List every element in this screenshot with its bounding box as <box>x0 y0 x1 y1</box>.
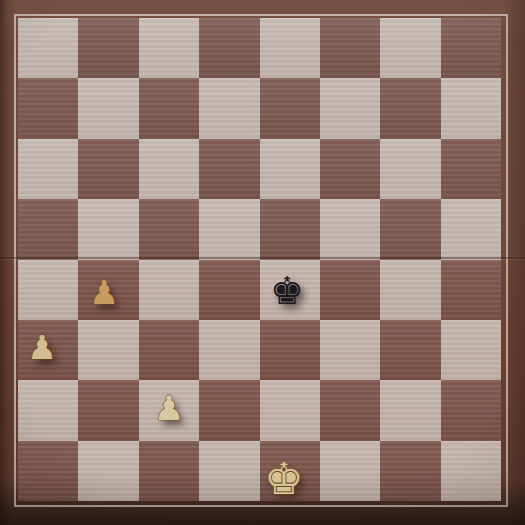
black-king-piece-e4[interactable]: ♚ <box>270 272 304 310</box>
white-pawn-piece-b4[interactable]: ♟ <box>89 276 119 309</box>
chessboard-photo: ♚♟♟♟♚ <box>0 0 525 525</box>
white-pawn-piece-c2[interactable]: ♟ <box>154 391 184 425</box>
white-pawn-piece-a3[interactable]: ♟ <box>27 331 57 364</box>
pieces-layer: ♚♟♟♟♚ <box>0 0 525 525</box>
white-king-piece-e1[interactable]: ♚ <box>264 457 303 501</box>
